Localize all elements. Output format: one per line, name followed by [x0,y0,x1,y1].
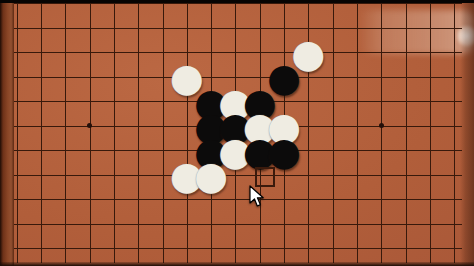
board-bottom-edge [0,262,474,266]
white-stone: ● [267,107,301,146]
frame-top-bar [0,0,474,3]
black-stone: ● [194,83,228,122]
black-stone: ● [243,83,277,122]
white-stone: ● [218,132,252,171]
star-point [87,123,92,128]
board-left-edge [0,0,14,266]
black-stone: ● [267,132,301,171]
black-stone: ● [267,58,301,97]
mouse-cursor-icon [249,185,266,209]
white-stone: ● [194,156,228,195]
game-screen: ●●●●●●●●●●●●●●●● [0,0,474,266]
black-stone: ● [194,107,228,146]
black-stone: ● [194,132,228,171]
board-right-edge [460,0,474,266]
star-point [379,123,384,128]
black-stone: ● [218,107,252,146]
white-stone: ● [170,156,204,195]
black-stone: ● [243,132,277,171]
white-stone: ● [243,107,277,146]
board-surface[interactable]: ●●●●●●●●●●●●●●●● [5,0,467,260]
white-stone: ● [170,58,204,97]
move-cursor-marker[interactable] [255,167,275,187]
white-stone: ● [291,34,325,73]
white-stone: ● [218,83,252,122]
